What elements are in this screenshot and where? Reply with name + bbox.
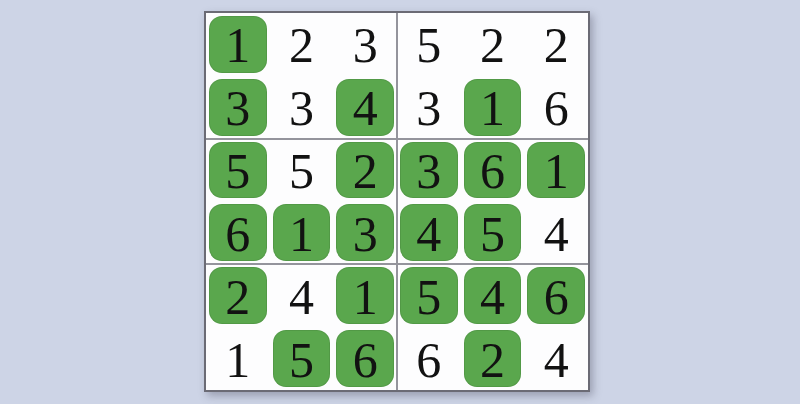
cell-r6c6[interactable]: 4 [524,327,588,390]
cell-r1c4[interactable]: 5 [397,13,461,76]
cell-digit: 1 [289,207,314,259]
sudoku-board: 123522334316552361613454241546156624 [204,11,590,392]
cell-r1c2[interactable]: 2 [270,13,334,76]
cell-digit: 2 [353,144,378,196]
cell-r6c3[interactable]: 6 [333,327,397,390]
cell-digit: 4 [480,270,505,322]
cell-r4c6[interactable]: 4 [524,201,588,264]
cell-digit: 3 [416,81,441,133]
cell-r5c3[interactable]: 1 [333,264,397,327]
cell-r1c5[interactable]: 2 [461,13,525,76]
page-background: 123522334316552361613454241546156624 [0,0,800,404]
cell-r2c4[interactable]: 3 [397,76,461,139]
cell-digit: 3 [225,81,250,133]
cell-r5c6[interactable]: 6 [524,264,588,327]
cell-r6c4[interactable]: 6 [397,327,461,390]
cell-digit: 1 [225,333,250,385]
cell-r4c1[interactable]: 6 [206,201,270,264]
cell-digit: 4 [289,270,314,322]
cell-digit: 3 [289,81,314,133]
cell-r2c2[interactable]: 3 [270,76,334,139]
cell-r1c1[interactable]: 1 [206,13,270,76]
cell-r2c1[interactable]: 3 [206,76,270,139]
cell-digit: 1 [225,18,250,70]
cell-digit: 6 [544,270,569,322]
cell-r3c5[interactable]: 6 [461,139,525,202]
cell-r2c5[interactable]: 1 [461,76,525,139]
cell-r3c2[interactable]: 5 [270,139,334,202]
cell-r3c3[interactable]: 2 [333,139,397,202]
cell-r1c6[interactable]: 2 [524,13,588,76]
cell-digit: 1 [544,144,569,196]
cell-digit: 3 [353,207,378,259]
cell-digit: 4 [544,207,569,259]
cell-digit: 2 [225,270,250,322]
cell-r5c4[interactable]: 5 [397,264,461,327]
cell-r2c3[interactable]: 4 [333,76,397,139]
cell-digit: 6 [480,144,505,196]
box-divider-horizontal-1 [206,138,588,140]
cell-digit: 4 [544,333,569,385]
cell-r4c2[interactable]: 1 [270,201,334,264]
cell-digit: 2 [480,333,505,385]
cell-digit: 6 [353,333,378,385]
cell-r6c5[interactable]: 2 [461,327,525,390]
cell-digit: 5 [416,270,441,322]
cell-digit: 6 [544,81,569,133]
cell-digit: 5 [480,207,505,259]
cell-r6c2[interactable]: 5 [270,327,334,390]
cell-digit: 5 [289,144,314,196]
cell-r4c3[interactable]: 3 [333,201,397,264]
cell-r3c4[interactable]: 3 [397,139,461,202]
box-divider-horizontal-2 [206,263,588,265]
cell-digit: 6 [416,333,441,385]
cell-digit: 3 [353,18,378,70]
cell-r4c4[interactable]: 4 [397,201,461,264]
cell-r4c5[interactable]: 5 [461,201,525,264]
cell-digit: 2 [480,18,505,70]
cell-digit: 4 [416,207,441,259]
cell-r5c1[interactable]: 2 [206,264,270,327]
cell-r2c6[interactable]: 6 [524,76,588,139]
cell-digit: 2 [289,18,314,70]
cell-digit: 5 [289,333,314,385]
cell-r6c1[interactable]: 1 [206,327,270,390]
cell-digit: 3 [416,144,441,196]
cell-digit: 5 [416,18,441,70]
cell-r3c1[interactable]: 5 [206,139,270,202]
cell-digit: 4 [353,81,378,133]
cell-r3c6[interactable]: 1 [524,139,588,202]
cell-digit: 6 [225,207,250,259]
cell-digit: 2 [544,18,569,70]
cell-r5c2[interactable]: 4 [270,264,334,327]
cell-r1c3[interactable]: 3 [333,13,397,76]
cell-digit: 1 [353,270,378,322]
cell-r5c5[interactable]: 4 [461,264,525,327]
box-divider-vertical [396,13,398,390]
cell-digit: 5 [225,144,250,196]
cell-digit: 1 [480,81,505,133]
